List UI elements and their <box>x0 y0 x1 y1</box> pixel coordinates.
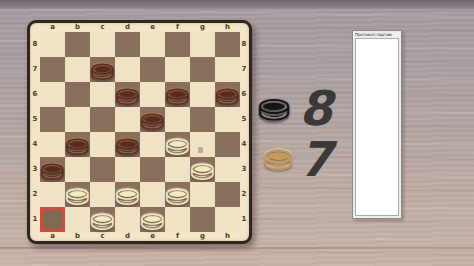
square-g6[interactable] <box>190 82 215 107</box>
square-c7[interactable]: ⛂ <box>90 57 115 82</box>
square-g7[interactable] <box>190 57 215 82</box>
square-a2[interactable] <box>40 182 65 207</box>
notation-panel: Протокол партии <box>352 30 402 219</box>
black-man-piece[interactable]: ⛂ <box>40 157 65 182</box>
files-top: abcdefgh <box>40 23 240 32</box>
coord-label-8: 8 <box>239 32 249 57</box>
coord-label-c: c <box>90 23 115 32</box>
coord-label-1: 1 <box>30 207 40 232</box>
square-g8[interactable] <box>190 32 215 57</box>
coord-label-f: f <box>165 23 190 32</box>
board-grid: ⛂⛂⛂⛂⛂⛂⛂⛂⛂⛂⛂⛂⛂⛂⛂ <box>40 32 240 232</box>
coord-label-g: g <box>190 23 215 32</box>
black-man-piece[interactable]: ⛂ <box>65 132 90 157</box>
square-c4[interactable] <box>90 132 115 157</box>
square-a1[interactable] <box>40 207 65 232</box>
square-e4[interactable] <box>140 132 165 157</box>
white-checker-icon: ⛂ <box>263 139 294 176</box>
coord-label-8: 8 <box>30 32 40 57</box>
white-man-piece[interactable]: ⛂ <box>115 182 140 207</box>
square-e1[interactable]: ⛂ <box>140 207 165 232</box>
square-e7[interactable] <box>140 57 165 82</box>
notation-panel-title: Протокол партии <box>355 32 399 37</box>
white-man-piece[interactable]: ⛂ <box>65 182 90 207</box>
black-man-piece[interactable]: ⛂ <box>165 82 190 107</box>
square-c5[interactable] <box>90 107 115 132</box>
notation-move-list[interactable] <box>355 38 399 216</box>
black-man-piece[interactable]: ⛂ <box>140 107 165 132</box>
white-man-piece[interactable]: ⛂ <box>140 207 165 232</box>
square-d4[interactable]: ⛂ <box>115 132 140 157</box>
black-piece-count: 8 <box>299 84 332 132</box>
coord-label-5: 5 <box>239 107 249 132</box>
square-d2[interactable]: ⛂ <box>115 182 140 207</box>
square-a7[interactable] <box>40 57 65 82</box>
square-g2[interactable] <box>190 182 215 207</box>
black-man-piece[interactable]: ⛂ <box>115 132 140 157</box>
square-d1[interactable] <box>115 207 140 232</box>
coord-label-2: 2 <box>30 182 40 207</box>
white-piece-count: 7 <box>299 135 332 183</box>
black-man-piece[interactable]: ⛂ <box>215 82 240 107</box>
app-window: abcdefgh abcdefgh 87654321 87654321 ⛂⛂⛂⛂… <box>0 0 474 266</box>
coord-label-1: 1 <box>239 207 249 232</box>
square-a6[interactable] <box>40 82 65 107</box>
coord-label-a: a <box>40 232 65 241</box>
coord-label-3: 3 <box>30 157 40 182</box>
coord-label-d: d <box>115 23 140 32</box>
ranks-left: 87654321 <box>30 32 40 232</box>
coord-label-5: 5 <box>30 107 40 132</box>
square-h6[interactable]: ⛂ <box>215 82 240 107</box>
white-man-piece[interactable]: ⛂ <box>165 132 190 157</box>
white-man-piece[interactable]: ⛂ <box>90 207 115 232</box>
square-d6[interactable]: ⛂ <box>115 82 140 107</box>
square-b4[interactable]: ⛂ <box>65 132 90 157</box>
square-h1[interactable] <box>215 207 240 232</box>
coord-label-h: h <box>215 23 240 32</box>
square-c6[interactable] <box>90 82 115 107</box>
cursor-artifact <box>198 147 203 153</box>
square-g3[interactable]: ⛂ <box>190 157 215 182</box>
coord-label-3: 3 <box>239 157 249 182</box>
coord-label-7: 7 <box>239 57 249 82</box>
coord-label-g: g <box>190 232 215 241</box>
black-checker-icon: ⛂ <box>257 87 291 127</box>
coord-label-h: h <box>215 232 240 241</box>
square-e8[interactable] <box>140 32 165 57</box>
square-b8[interactable] <box>65 32 90 57</box>
square-h3[interactable] <box>215 157 240 182</box>
coord-label-d: d <box>115 232 140 241</box>
square-b2[interactable]: ⛂ <box>65 182 90 207</box>
board-inner: abcdefgh abcdefgh 87654321 87654321 ⛂⛂⛂⛂… <box>30 23 249 241</box>
coord-label-6: 6 <box>239 82 249 107</box>
square-b6[interactable] <box>65 82 90 107</box>
coord-label-7: 7 <box>30 57 40 82</box>
wood-background-top-edge <box>0 0 474 9</box>
white-man-piece[interactable]: ⛂ <box>165 182 190 207</box>
checkers-board: abcdefgh abcdefgh 87654321 87654321 ⛂⛂⛂⛂… <box>27 20 252 244</box>
square-h2[interactable] <box>215 182 240 207</box>
coord-label-b: b <box>65 23 90 32</box>
square-c3[interactable] <box>90 157 115 182</box>
square-h5[interactable] <box>215 107 240 132</box>
coord-label-4: 4 <box>30 132 40 157</box>
square-f1[interactable] <box>165 207 190 232</box>
square-f6[interactable]: ⛂ <box>165 82 190 107</box>
square-a8[interactable] <box>40 32 65 57</box>
coord-label-4: 4 <box>239 132 249 157</box>
square-h8[interactable] <box>215 32 240 57</box>
ranks-right: 87654321 <box>239 32 249 232</box>
square-e5[interactable]: ⛂ <box>140 107 165 132</box>
square-b7[interactable] <box>65 57 90 82</box>
square-g5[interactable] <box>190 107 215 132</box>
square-e3[interactable] <box>140 157 165 182</box>
square-f8[interactable] <box>165 32 190 57</box>
black-man-piece[interactable]: ⛂ <box>90 57 115 82</box>
square-a3[interactable]: ⛂ <box>40 157 65 182</box>
square-d8[interactable] <box>115 32 140 57</box>
coord-label-b: b <box>65 232 90 241</box>
coord-label-a: a <box>40 23 65 32</box>
square-f2[interactable]: ⛂ <box>165 182 190 207</box>
square-h4[interactable] <box>215 132 240 157</box>
black-man-piece[interactable]: ⛂ <box>115 82 140 107</box>
square-f4[interactable]: ⛂ <box>165 132 190 157</box>
square-a5[interactable] <box>40 107 65 132</box>
wood-seam-line <box>0 247 474 249</box>
square-b1[interactable] <box>65 207 90 232</box>
coord-label-6: 6 <box>30 82 40 107</box>
coord-label-f: f <box>165 232 190 241</box>
coord-label-2: 2 <box>239 182 249 207</box>
square-g1[interactable] <box>190 207 215 232</box>
white-man-piece[interactable]: ⛂ <box>190 157 215 182</box>
coord-label-e: e <box>140 23 165 32</box>
square-c1[interactable]: ⛂ <box>90 207 115 232</box>
